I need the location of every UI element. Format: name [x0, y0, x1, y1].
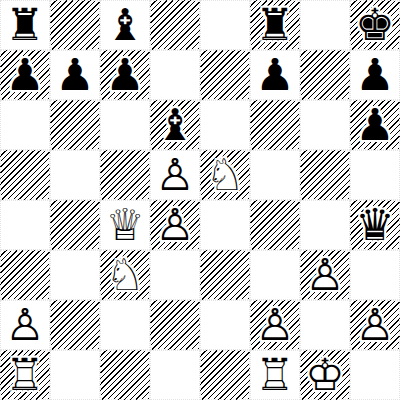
square-f6[interactable]: [250, 100, 300, 150]
black-pawn-icon: ♟: [350, 50, 400, 100]
square-b2[interactable]: [50, 300, 100, 350]
square-e2[interactable]: [200, 300, 250, 350]
square-a6[interactable]: [0, 100, 50, 150]
square-g3[interactable]: ♟♙: [300, 250, 350, 300]
square-h8[interactable]: ♚♚: [350, 0, 400, 50]
square-a4[interactable]: [0, 200, 50, 250]
white-pawn-icon: ♙: [250, 300, 300, 350]
piece-black-bishop[interactable]: ♝♝: [100, 0, 150, 50]
piece-white-pawn[interactable]: ♟♙: [150, 150, 200, 200]
white-pawn-icon: ♙: [150, 200, 200, 250]
square-a3[interactable]: [0, 250, 50, 300]
white-queen-icon: ♕: [100, 200, 150, 250]
square-d5[interactable]: ♟♙: [150, 150, 200, 200]
square-a5[interactable]: [0, 150, 50, 200]
black-queen-icon: ♛: [350, 200, 400, 250]
square-e3[interactable]: [200, 250, 250, 300]
piece-black-pawn[interactable]: ♟♟: [50, 50, 100, 100]
piece-white-pawn[interactable]: ♟♙: [150, 200, 200, 250]
piece-white-king[interactable]: ♚♔: [300, 350, 350, 400]
white-pawn-icon: ♙: [300, 250, 350, 300]
square-e4[interactable]: [200, 200, 250, 250]
piece-black-pawn[interactable]: ♟♟: [250, 50, 300, 100]
black-rook-icon: ♜: [250, 0, 300, 50]
square-a7[interactable]: ♟♟: [0, 50, 50, 100]
piece-black-pawn[interactable]: ♟♟: [0, 50, 50, 100]
square-b6[interactable]: [50, 100, 100, 150]
square-c5[interactable]: [100, 150, 150, 200]
white-knight-icon: ♘: [100, 250, 150, 300]
square-g4[interactable]: [300, 200, 350, 250]
square-c4[interactable]: ♛♕: [100, 200, 150, 250]
white-pawn-icon: ♙: [350, 300, 400, 350]
square-d4[interactable]: ♟♙: [150, 200, 200, 250]
white-pawn-icon: ♙: [0, 300, 50, 350]
black-pawn-icon: ♟: [350, 100, 400, 150]
square-e6[interactable]: [200, 100, 250, 150]
black-bishop-icon: ♝: [100, 0, 150, 50]
black-pawn-icon: ♟: [50, 50, 100, 100]
white-king-icon: ♔: [300, 350, 350, 400]
square-b7[interactable]: ♟♟: [50, 50, 100, 100]
square-b1[interactable]: [50, 350, 100, 400]
square-b3[interactable]: [50, 250, 100, 300]
square-f7[interactable]: ♟♟: [250, 50, 300, 100]
square-a8[interactable]: ♜♜: [0, 0, 50, 50]
piece-white-knight[interactable]: ♞♘: [200, 150, 250, 200]
square-h4[interactable]: ♛♛: [350, 200, 400, 250]
piece-black-rook[interactable]: ♜♜: [0, 0, 50, 50]
square-f5[interactable]: [250, 150, 300, 200]
piece-white-pawn[interactable]: ♟♙: [250, 300, 300, 350]
white-rook-icon: ♖: [0, 350, 50, 400]
square-e1[interactable]: [200, 350, 250, 400]
black-pawn-icon: ♟: [0, 50, 50, 100]
piece-black-pawn[interactable]: ♟♟: [350, 100, 400, 150]
black-pawn-icon: ♟: [100, 50, 150, 100]
square-g1[interactable]: ♚♔: [300, 350, 350, 400]
black-king-icon: ♚: [350, 0, 400, 50]
black-pawn-icon: ♟: [250, 50, 300, 100]
square-a1[interactable]: ♜♖: [0, 350, 50, 400]
square-h7[interactable]: ♟♟: [350, 50, 400, 100]
square-b4[interactable]: [50, 200, 100, 250]
square-h6[interactable]: ♟♟: [350, 100, 400, 150]
square-e8[interactable]: [200, 0, 250, 50]
piece-black-pawn[interactable]: ♟♟: [100, 50, 150, 100]
square-e7[interactable]: [200, 50, 250, 100]
square-a2[interactable]: ♟♙: [0, 300, 50, 350]
square-g5[interactable]: [300, 150, 350, 200]
square-b5[interactable]: [50, 150, 100, 200]
square-c6[interactable]: [100, 100, 150, 150]
square-d2[interactable]: [150, 300, 200, 350]
square-e5[interactable]: ♞♘: [200, 150, 250, 200]
piece-black-queen[interactable]: ♛♛: [350, 200, 400, 250]
square-c1[interactable]: [100, 350, 150, 400]
square-f8[interactable]: ♜♜: [250, 0, 300, 50]
square-h2[interactable]: ♟♙: [350, 300, 400, 350]
square-c3[interactable]: ♞♘: [100, 250, 150, 300]
square-d7[interactable]: [150, 50, 200, 100]
square-g7[interactable]: [300, 50, 350, 100]
piece-white-queen[interactable]: ♛♕: [100, 200, 150, 250]
white-rook-icon: ♖: [250, 350, 300, 400]
piece-black-pawn[interactable]: ♟♟: [350, 50, 400, 100]
square-d6[interactable]: ♝♝: [150, 100, 200, 150]
square-b8[interactable]: [50, 0, 100, 50]
square-g6[interactable]: [300, 100, 350, 150]
square-f2[interactable]: ♟♙: [250, 300, 300, 350]
square-d1[interactable]: [150, 350, 200, 400]
square-h1[interactable]: [350, 350, 400, 400]
square-f1[interactable]: ♜♖: [250, 350, 300, 400]
square-f3[interactable]: [250, 250, 300, 300]
piece-white-pawn[interactable]: ♟♙: [0, 300, 50, 350]
square-c8[interactable]: ♝♝: [100, 0, 150, 50]
square-h3[interactable]: [350, 250, 400, 300]
black-bishop-icon: ♝: [150, 100, 200, 150]
white-knight-icon: ♘: [200, 150, 250, 200]
square-f4[interactable]: [250, 200, 300, 250]
piece-white-rook[interactable]: ♜♖: [250, 350, 300, 400]
square-h5[interactable]: [350, 150, 400, 200]
square-g8[interactable]: [300, 0, 350, 50]
piece-white-pawn[interactable]: ♟♙: [350, 300, 400, 350]
piece-white-rook[interactable]: ♜♖: [0, 350, 50, 400]
square-d8[interactable]: [150, 0, 200, 50]
square-g2[interactable]: [300, 300, 350, 350]
square-c7[interactable]: ♟♟: [100, 50, 150, 100]
chess-board: ♜♜♝♝♜♜♚♚♟♟♟♟♟♟♟♟♟♟♝♝♟♟♟♙♞♘♛♕♟♙♛♛♞♘♟♙♟♙♟♙…: [0, 0, 400, 400]
square-d3[interactable]: [150, 250, 200, 300]
square-c2[interactable]: [100, 300, 150, 350]
white-pawn-icon: ♙: [150, 150, 200, 200]
piece-white-pawn[interactable]: ♟♙: [300, 250, 350, 300]
piece-white-knight[interactable]: ♞♘: [100, 250, 150, 300]
piece-black-bishop[interactable]: ♝♝: [150, 100, 200, 150]
black-rook-icon: ♜: [0, 0, 50, 50]
piece-black-king[interactable]: ♚♚: [350, 0, 400, 50]
piece-black-rook[interactable]: ♜♜: [250, 0, 300, 50]
